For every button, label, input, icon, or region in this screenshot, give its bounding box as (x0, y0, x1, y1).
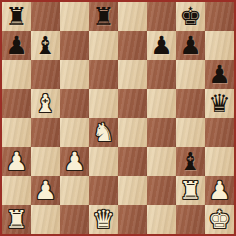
square-c3[interactable]: ♟ (60, 147, 89, 176)
square-g3[interactable]: ♝ (176, 147, 205, 176)
square-a8[interactable]: ♜ (2, 2, 31, 31)
piece-black-pawn: ♟ (176, 31, 205, 60)
square-f2[interactable] (147, 176, 176, 205)
square-d2[interactable] (89, 176, 118, 205)
square-g2[interactable]: ♜ (176, 176, 205, 205)
square-h3[interactable] (205, 147, 234, 176)
piece-white-pawn: ♟ (31, 176, 60, 205)
square-c1[interactable] (60, 205, 89, 234)
square-b5[interactable]: ♝ (31, 89, 60, 118)
square-b6[interactable] (31, 60, 60, 89)
square-e8[interactable] (118, 2, 147, 31)
square-d5[interactable] (89, 89, 118, 118)
piece-black-pawn: ♟ (147, 31, 176, 60)
square-b1[interactable] (31, 205, 60, 234)
piece-white-knight: ♞ (89, 118, 118, 147)
square-f6[interactable] (147, 60, 176, 89)
square-d3[interactable] (89, 147, 118, 176)
square-d8[interactable]: ♜ (89, 2, 118, 31)
square-a2[interactable] (2, 176, 31, 205)
square-b4[interactable] (31, 118, 60, 147)
square-e2[interactable] (118, 176, 147, 205)
piece-white-bishop: ♝ (31, 89, 60, 118)
square-g5[interactable] (176, 89, 205, 118)
square-e7[interactable] (118, 31, 147, 60)
square-e3[interactable] (118, 147, 147, 176)
square-e5[interactable] (118, 89, 147, 118)
square-c5[interactable] (60, 89, 89, 118)
chess-board: ♜♜♚♟♝♟♟♟♝♛♞♟♟♝♟♜♟♜♛♚ (2, 2, 234, 234)
square-h1[interactable]: ♚ (205, 205, 234, 234)
square-d4[interactable]: ♞ (89, 118, 118, 147)
square-b3[interactable] (31, 147, 60, 176)
square-f5[interactable] (147, 89, 176, 118)
square-h7[interactable] (205, 31, 234, 60)
square-a4[interactable] (2, 118, 31, 147)
square-c6[interactable] (60, 60, 89, 89)
square-e4[interactable] (118, 118, 147, 147)
piece-white-pawn: ♟ (60, 147, 89, 176)
square-d1[interactable]: ♛ (89, 205, 118, 234)
piece-black-rook: ♜ (2, 2, 31, 31)
piece-white-queen: ♛ (89, 205, 118, 234)
square-f1[interactable] (147, 205, 176, 234)
square-g4[interactable] (176, 118, 205, 147)
square-e1[interactable] (118, 205, 147, 234)
piece-black-queen: ♛ (205, 89, 234, 118)
square-h5[interactable]: ♛ (205, 89, 234, 118)
piece-white-rook: ♜ (176, 176, 205, 205)
square-h8[interactable] (205, 2, 234, 31)
square-h6[interactable]: ♟ (205, 60, 234, 89)
square-f4[interactable] (147, 118, 176, 147)
chess-board-frame: ♜♜♚♟♝♟♟♟♝♛♞♟♟♝♟♜♟♜♛♚ (0, 0, 236, 236)
square-a5[interactable] (2, 89, 31, 118)
piece-white-pawn: ♟ (205, 176, 234, 205)
piece-white-king: ♚ (205, 205, 234, 234)
square-e6[interactable] (118, 60, 147, 89)
square-g7[interactable]: ♟ (176, 31, 205, 60)
piece-black-bishop: ♝ (176, 147, 205, 176)
square-d7[interactable] (89, 31, 118, 60)
square-a7[interactable]: ♟ (2, 31, 31, 60)
piece-black-rook: ♜ (89, 2, 118, 31)
square-g1[interactable] (176, 205, 205, 234)
square-f8[interactable] (147, 2, 176, 31)
square-h4[interactable] (205, 118, 234, 147)
square-d6[interactable] (89, 60, 118, 89)
piece-black-king: ♚ (176, 2, 205, 31)
square-a1[interactable]: ♜ (2, 205, 31, 234)
square-a3[interactable]: ♟ (2, 147, 31, 176)
square-c2[interactable] (60, 176, 89, 205)
square-f7[interactable]: ♟ (147, 31, 176, 60)
square-g8[interactable]: ♚ (176, 2, 205, 31)
piece-white-pawn: ♟ (2, 147, 31, 176)
square-f3[interactable] (147, 147, 176, 176)
square-c4[interactable] (60, 118, 89, 147)
square-h2[interactable]: ♟ (205, 176, 234, 205)
piece-black-bishop: ♝ (31, 31, 60, 60)
square-b2[interactable]: ♟ (31, 176, 60, 205)
square-c7[interactable] (60, 31, 89, 60)
square-g6[interactable] (176, 60, 205, 89)
square-a6[interactable] (2, 60, 31, 89)
piece-black-pawn: ♟ (2, 31, 31, 60)
piece-black-pawn: ♟ (205, 60, 234, 89)
square-b7[interactable]: ♝ (31, 31, 60, 60)
square-b8[interactable] (31, 2, 60, 31)
piece-white-rook: ♜ (2, 205, 31, 234)
square-c8[interactable] (60, 2, 89, 31)
